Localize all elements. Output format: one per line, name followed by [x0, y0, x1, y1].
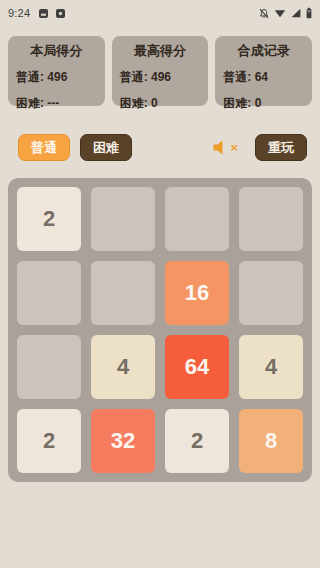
panel-title: 本局得分: [16, 42, 97, 60]
normal-mode-button[interactable]: 普通: [18, 134, 70, 161]
mute-x-mark: ×: [230, 141, 238, 154]
panel-row-normal: 普通: 496: [120, 69, 201, 86]
tile-r4c3-2: 2: [165, 409, 229, 473]
tile-r3c2-4: 4: [91, 335, 155, 399]
cell-r1c4-empty: [239, 187, 303, 251]
panel-title: 合成记录: [223, 42, 304, 60]
cell-r1c2-empty: [91, 187, 155, 251]
hard-mode-button[interactable]: 困难: [80, 134, 132, 161]
wifi-icon: [274, 8, 286, 18]
battery-icon: [306, 7, 312, 19]
notification-app-icon-2: [56, 9, 65, 18]
tile-r3c4-4: 4: [239, 335, 303, 399]
panel-row-hard: 困难: 0: [120, 95, 201, 112]
status-bar: 9:24: [0, 0, 320, 23]
clock: 9:24: [8, 7, 30, 19]
game-board-2048[interactable]: 216464423228: [8, 178, 312, 482]
panel-row-hard: 困难: 0: [223, 95, 304, 112]
cell-r2c2-empty: [91, 261, 155, 325]
tile-r4c2-32: 32: [91, 409, 155, 473]
panel-row-normal: 普通: 496: [16, 69, 97, 86]
app-screen: 9:24 本局: [0, 0, 320, 568]
cell-r2c1-empty: [17, 261, 81, 325]
replay-button[interactable]: 重玩: [255, 134, 307, 161]
tile-r3c3-64: 64: [165, 335, 229, 399]
panel-merge-record: 合成记录 普通: 64 困难: 0: [215, 36, 312, 106]
mute-button[interactable]: ×: [212, 139, 238, 156]
cell-r3c1-empty: [17, 335, 81, 399]
panel-title: 最高得分: [120, 42, 201, 60]
panel-best-score: 最高得分 普通: 496 困难: 0: [112, 36, 209, 106]
cell-r2c4-empty: [239, 261, 303, 325]
notifications-off-icon: [259, 8, 269, 19]
cell-r1c3-empty: [165, 187, 229, 251]
panel-row-hard: 困难: ---: [16, 95, 97, 112]
tile-r4c1-2: 2: [17, 409, 81, 473]
cellular-signal-icon: [291, 8, 301, 18]
panel-row-normal: 普通: 64: [223, 69, 304, 86]
score-panels: 本局得分 普通: 496 困难: --- 最高得分 普通: 496 困难: 0 …: [8, 36, 312, 106]
status-icons: [259, 7, 312, 19]
panel-current-score: 本局得分 普通: 496 困难: ---: [8, 36, 105, 106]
tile-r1c1-2: 2: [17, 187, 81, 251]
control-bar: 普通 困难 × 重玩: [18, 134, 307, 161]
notification-app-icon-1: [39, 9, 48, 18]
tile-r4c4-8: 8: [239, 409, 303, 473]
speaker-muted-icon: [212, 139, 229, 156]
tile-r2c3-16: 16: [165, 261, 229, 325]
